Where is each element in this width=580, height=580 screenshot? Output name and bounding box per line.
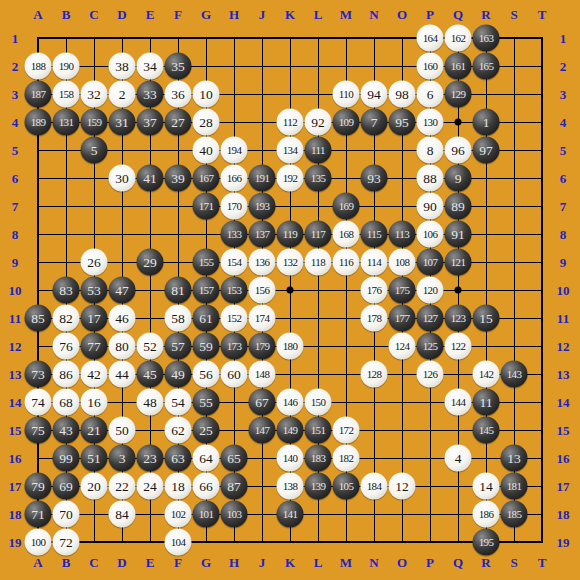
stone-E17[interactable]: 24: [137, 473, 164, 500]
stone-F18[interactable]: 102: [165, 501, 192, 528]
stone-M4[interactable]: 109: [333, 109, 360, 136]
col-label-top-T: T: [538, 8, 547, 21]
stone-D6[interactable]: 30: [109, 165, 136, 192]
stone-B18[interactable]: 70: [53, 501, 80, 528]
stone-C14[interactable]: 16: [81, 389, 108, 416]
stone-G16[interactable]: 64: [193, 445, 220, 472]
stone-F11[interactable]: 58: [165, 305, 192, 332]
col-label-bottom-R: R: [481, 556, 490, 569]
stone-K17[interactable]: 138: [277, 473, 304, 500]
col-label-top-Q: Q: [453, 8, 463, 21]
move-number: 153: [227, 285, 242, 296]
row-label-right-18: 18: [557, 508, 570, 521]
stone-S13[interactable]: 143: [501, 361, 528, 388]
col-label-bottom-B: B: [62, 556, 71, 569]
move-number: 142: [479, 369, 494, 380]
stone-O9[interactable]: 108: [389, 249, 416, 276]
stone-B19[interactable]: 72: [53, 529, 80, 556]
move-number: 4: [455, 451, 462, 465]
stone-P13[interactable]: 126: [417, 361, 444, 388]
stone-L4[interactable]: 92: [305, 109, 332, 136]
stone-B12[interactable]: 76: [53, 333, 80, 360]
stone-N4[interactable]: 7: [361, 109, 388, 136]
stone-R4[interactable]: 1: [473, 109, 500, 136]
stone-K12[interactable]: 180: [277, 333, 304, 360]
move-number: 116: [339, 257, 353, 268]
col-label-top-G: G: [201, 8, 211, 21]
move-number: 10: [199, 87, 213, 101]
stone-R14[interactable]: 11: [473, 389, 500, 416]
stone-C15[interactable]: 21: [81, 417, 108, 444]
stone-L8[interactable]: 117: [305, 221, 332, 248]
stone-P6[interactable]: 88: [417, 165, 444, 192]
move-number: 7: [371, 115, 378, 129]
stone-L9[interactable]: 118: [305, 249, 332, 276]
row-label-left-19: 19: [9, 536, 22, 549]
move-number: 69: [59, 479, 73, 493]
move-number: 181: [507, 481, 522, 492]
stone-F19[interactable]: 104: [165, 529, 192, 556]
stone-G11[interactable]: 61: [193, 305, 220, 332]
stone-F16[interactable]: 63: [165, 445, 192, 472]
move-number: 28: [199, 115, 213, 129]
move-number: 125: [423, 341, 438, 352]
stone-J13[interactable]: 148: [249, 361, 276, 388]
stone-P9[interactable]: 107: [417, 249, 444, 276]
stone-J7[interactable]: 193: [249, 193, 276, 220]
move-number: 70: [59, 507, 73, 521]
stone-P12[interactable]: 125: [417, 333, 444, 360]
stone-J14[interactable]: 67: [249, 389, 276, 416]
stone-H11[interactable]: 152: [221, 305, 248, 332]
stone-L15[interactable]: 151: [305, 417, 332, 444]
stone-N3[interactable]: 94: [361, 81, 388, 108]
stone-N8[interactable]: 115: [361, 221, 388, 248]
stone-M17[interactable]: 105: [333, 473, 360, 500]
stone-A14[interactable]: 74: [25, 389, 52, 416]
stone-N6[interactable]: 93: [361, 165, 388, 192]
stone-Q1[interactable]: 162: [445, 25, 472, 52]
move-number: 189: [31, 117, 46, 128]
stone-H8[interactable]: 133: [221, 221, 248, 248]
stone-R19[interactable]: 195: [473, 529, 500, 556]
stone-H6[interactable]: 166: [221, 165, 248, 192]
move-number: 25: [199, 423, 213, 437]
stone-G9[interactable]: 155: [193, 249, 220, 276]
stone-B11[interactable]: 82: [53, 305, 80, 332]
stone-K4[interactable]: 112: [277, 109, 304, 136]
star-point-Q10: [455, 287, 462, 294]
stone-G6[interactable]: 167: [193, 165, 220, 192]
stone-A17[interactable]: 79: [25, 473, 52, 500]
stone-E13[interactable]: 45: [137, 361, 164, 388]
col-label-top-P: P: [426, 8, 434, 21]
stone-D11[interactable]: 46: [109, 305, 136, 332]
move-number: 105: [339, 481, 354, 492]
move-number: 64: [199, 451, 213, 465]
stone-A3[interactable]: 187: [25, 81, 52, 108]
row-label-right-11: 11: [557, 312, 569, 325]
stone-M8[interactable]: 168: [333, 221, 360, 248]
move-number: 18: [171, 479, 185, 493]
move-number: 47: [115, 283, 129, 297]
move-number: 107: [423, 257, 438, 268]
col-label-top-E: E: [146, 8, 155, 21]
stone-O8[interactable]: 113: [389, 221, 416, 248]
stone-A2[interactable]: 188: [25, 53, 52, 80]
stone-G14[interactable]: 55: [193, 389, 220, 416]
move-number: 143: [507, 369, 522, 380]
move-number: 29: [143, 255, 157, 269]
col-label-bottom-L: L: [314, 556, 323, 569]
row-label-left-11: 11: [9, 312, 21, 325]
stone-D2[interactable]: 38: [109, 53, 136, 80]
move-number: 176: [367, 285, 382, 296]
move-number: 160: [423, 61, 438, 72]
move-number: 150: [311, 397, 326, 408]
stone-B16[interactable]: 99: [53, 445, 80, 472]
move-number: 193: [255, 201, 270, 212]
move-number: 84: [115, 507, 129, 521]
stone-G4[interactable]: 28: [193, 109, 220, 136]
stone-R5[interactable]: 97: [473, 137, 500, 164]
stone-B17[interactable]: 69: [53, 473, 80, 500]
stone-H18[interactable]: 103: [221, 501, 248, 528]
stone-B4[interactable]: 131: [53, 109, 80, 136]
stone-F13[interactable]: 49: [165, 361, 192, 388]
stone-E4[interactable]: 37: [137, 109, 164, 136]
stone-L5[interactable]: 111: [305, 137, 332, 164]
stone-G7[interactable]: 171: [193, 193, 220, 220]
stone-N13[interactable]: 128: [361, 361, 388, 388]
stone-A15[interactable]: 75: [25, 417, 52, 444]
stone-H10[interactable]: 153: [221, 277, 248, 304]
stone-N11[interactable]: 178: [361, 305, 388, 332]
row-label-left-9: 9: [12, 256, 19, 269]
stone-P1[interactable]: 164: [417, 25, 444, 52]
stone-F17[interactable]: 18: [165, 473, 192, 500]
stone-D17[interactable]: 22: [109, 473, 136, 500]
move-number: 38: [115, 59, 129, 73]
stone-C11[interactable]: 17: [81, 305, 108, 332]
stone-A4[interactable]: 189: [25, 109, 52, 136]
stone-A18[interactable]: 71: [25, 501, 52, 528]
move-number: 127: [423, 313, 438, 324]
move-number: 124: [395, 341, 410, 352]
move-number: 62: [171, 423, 185, 437]
go-board[interactable]: AABBCCDDEEFFGGHHJJKKLLMMNNOOPPQQRRSSTT11…: [0, 0, 580, 580]
move-number: 81: [171, 283, 185, 297]
stone-R18[interactable]: 186: [473, 501, 500, 528]
stone-O12[interactable]: 124: [389, 333, 416, 360]
stone-K15[interactable]: 149: [277, 417, 304, 444]
move-number: 42: [87, 367, 101, 381]
stone-H7[interactable]: 170: [221, 193, 248, 220]
stone-G12[interactable]: 59: [193, 333, 220, 360]
stone-R2[interactable]: 165: [473, 53, 500, 80]
move-number: 91: [451, 227, 465, 241]
move-number: 13: [507, 451, 521, 465]
stone-Q7[interactable]: 89: [445, 193, 472, 220]
stone-K5[interactable]: 134: [277, 137, 304, 164]
stone-J10[interactable]: 156: [249, 277, 276, 304]
stone-H9[interactable]: 154: [221, 249, 248, 276]
col-label-bottom-E: E: [146, 556, 155, 569]
move-number: 126: [423, 369, 438, 380]
stone-O10[interactable]: 175: [389, 277, 416, 304]
move-number: 162: [451, 33, 466, 44]
stone-G5[interactable]: 40: [193, 137, 220, 164]
stone-P10[interactable]: 120: [417, 277, 444, 304]
stone-G15[interactable]: 25: [193, 417, 220, 444]
move-number: 16: [87, 395, 101, 409]
stone-G13[interactable]: 56: [193, 361, 220, 388]
stone-L17[interactable]: 139: [305, 473, 332, 500]
move-number: 117: [311, 229, 325, 240]
stone-D13[interactable]: 44: [109, 361, 136, 388]
stone-O17[interactable]: 12: [389, 473, 416, 500]
row-label-left-14: 14: [9, 396, 22, 409]
move-number: 146: [283, 397, 298, 408]
stone-H5[interactable]: 194: [221, 137, 248, 164]
stone-G17[interactable]: 66: [193, 473, 220, 500]
col-label-top-D: D: [117, 8, 126, 21]
col-label-bottom-N: N: [369, 556, 378, 569]
move-number: 49: [171, 367, 185, 381]
stone-J15[interactable]: 147: [249, 417, 276, 444]
move-number: 1: [483, 115, 490, 129]
stone-F3[interactable]: 36: [165, 81, 192, 108]
move-number: 161: [451, 61, 466, 72]
stone-R17[interactable]: 14: [473, 473, 500, 500]
stone-H12[interactable]: 173: [221, 333, 248, 360]
move-number: 136: [255, 257, 270, 268]
row-label-right-10: 10: [557, 284, 570, 297]
stone-C4[interactable]: 159: [81, 109, 108, 136]
stone-K14[interactable]: 146: [277, 389, 304, 416]
stone-D3[interactable]: 2: [109, 81, 136, 108]
stone-J11[interactable]: 174: [249, 305, 276, 332]
stone-Q11[interactable]: 123: [445, 305, 472, 332]
stone-D15[interactable]: 50: [109, 417, 136, 444]
stone-P8[interactable]: 106: [417, 221, 444, 248]
stone-O3[interactable]: 98: [389, 81, 416, 108]
col-label-top-S: S: [510, 8, 517, 21]
stone-B13[interactable]: 86: [53, 361, 80, 388]
move-number: 184: [367, 481, 382, 492]
move-number: 135: [311, 173, 326, 184]
stone-A11[interactable]: 85: [25, 305, 52, 332]
stone-M7[interactable]: 169: [333, 193, 360, 220]
stone-Q14[interactable]: 144: [445, 389, 472, 416]
stone-F2[interactable]: 35: [165, 53, 192, 80]
stone-R1[interactable]: 163: [473, 25, 500, 52]
stone-R15[interactable]: 145: [473, 417, 500, 444]
col-label-bottom-A: A: [33, 556, 42, 569]
move-number: 157: [199, 285, 214, 296]
stone-D18[interactable]: 84: [109, 501, 136, 528]
stone-D10[interactable]: 47: [109, 277, 136, 304]
stone-L16[interactable]: 183: [305, 445, 332, 472]
stone-E16[interactable]: 23: [137, 445, 164, 472]
stone-Q3[interactable]: 129: [445, 81, 472, 108]
stone-B2[interactable]: 190: [53, 53, 80, 80]
stone-G10[interactable]: 157: [193, 277, 220, 304]
stone-E2[interactable]: 34: [137, 53, 164, 80]
stone-M3[interactable]: 110: [333, 81, 360, 108]
stone-F6[interactable]: 39: [165, 165, 192, 192]
move-number: 58: [171, 311, 185, 325]
stone-C10[interactable]: 53: [81, 277, 108, 304]
move-number: 137: [255, 229, 270, 240]
stone-P5[interactable]: 8: [417, 137, 444, 164]
stone-H17[interactable]: 87: [221, 473, 248, 500]
stone-F4[interactable]: 27: [165, 109, 192, 136]
stone-M15[interactable]: 172: [333, 417, 360, 444]
row-label-left-1: 1: [12, 32, 19, 45]
move-number: 12: [395, 479, 409, 493]
move-number: 57: [171, 339, 185, 353]
stone-B14[interactable]: 68: [53, 389, 80, 416]
stone-E9[interactable]: 29: [137, 249, 164, 276]
stone-R13[interactable]: 142: [473, 361, 500, 388]
row-label-left-13: 13: [9, 368, 22, 381]
stone-H13[interactable]: 60: [221, 361, 248, 388]
stone-K16[interactable]: 140: [277, 445, 304, 472]
col-label-bottom-K: K: [285, 556, 295, 569]
stone-E3[interactable]: 33: [137, 81, 164, 108]
stone-J12[interactable]: 179: [249, 333, 276, 360]
stone-N9[interactable]: 114: [361, 249, 388, 276]
move-number: 195: [479, 537, 494, 548]
stone-O4[interactable]: 95: [389, 109, 416, 136]
col-label-bottom-D: D: [117, 556, 126, 569]
stone-A13[interactable]: 73: [25, 361, 52, 388]
col-label-bottom-T: T: [538, 556, 547, 569]
stone-E14[interactable]: 48: [137, 389, 164, 416]
move-number: 8: [427, 143, 434, 157]
stone-C16[interactable]: 51: [81, 445, 108, 472]
stone-L6[interactable]: 135: [305, 165, 332, 192]
stone-S18[interactable]: 185: [501, 501, 528, 528]
row-label-right-2: 2: [560, 60, 567, 73]
stone-H16[interactable]: 65: [221, 445, 248, 472]
stone-M16[interactable]: 182: [333, 445, 360, 472]
move-number: 100: [31, 537, 46, 548]
stone-E12[interactable]: 52: [137, 333, 164, 360]
move-number: 39: [171, 171, 185, 185]
stone-B15[interactable]: 43: [53, 417, 80, 444]
stone-G3[interactable]: 10: [193, 81, 220, 108]
stone-J6[interactable]: 191: [249, 165, 276, 192]
stone-C12[interactable]: 77: [81, 333, 108, 360]
stone-B10[interactable]: 83: [53, 277, 80, 304]
stone-J9[interactable]: 136: [249, 249, 276, 276]
move-number: 108: [395, 257, 410, 268]
move-number: 94: [367, 87, 381, 101]
move-number: 77: [87, 339, 101, 353]
move-number: 36: [171, 87, 185, 101]
stone-P2[interactable]: 160: [417, 53, 444, 80]
stone-S17[interactable]: 181: [501, 473, 528, 500]
row-label-left-10: 10: [9, 284, 22, 297]
stone-L14[interactable]: 150: [305, 389, 332, 416]
stone-D12[interactable]: 80: [109, 333, 136, 360]
stone-K6[interactable]: 192: [277, 165, 304, 192]
stone-C17[interactable]: 20: [81, 473, 108, 500]
col-label-top-B: B: [62, 8, 71, 21]
row-label-right-19: 19: [557, 536, 570, 549]
move-number: 83: [59, 283, 73, 297]
stone-B3[interactable]: 158: [53, 81, 80, 108]
stone-C3[interactable]: 32: [81, 81, 108, 108]
stone-P3[interactable]: 6: [417, 81, 444, 108]
stone-F15[interactable]: 62: [165, 417, 192, 444]
stone-C9[interactable]: 26: [81, 249, 108, 276]
move-number: 11: [480, 395, 493, 409]
col-label-top-H: H: [229, 8, 239, 21]
move-number: 66: [199, 479, 213, 493]
move-number: 53: [87, 283, 101, 297]
move-number: 74: [31, 395, 45, 409]
stone-R11[interactable]: 15: [473, 305, 500, 332]
stone-D4[interactable]: 31: [109, 109, 136, 136]
stone-P11[interactable]: 127: [417, 305, 444, 332]
stone-O11[interactable]: 177: [389, 305, 416, 332]
stone-S16[interactable]: 13: [501, 445, 528, 472]
stone-A19[interactable]: 100: [25, 529, 52, 556]
stone-P4[interactable]: 130: [417, 109, 444, 136]
move-number: 182: [339, 453, 354, 464]
stone-Q9[interactable]: 121: [445, 249, 472, 276]
stone-Q8[interactable]: 91: [445, 221, 472, 248]
move-number: 112: [283, 117, 297, 128]
stone-E6[interactable]: 41: [137, 165, 164, 192]
move-number: 171: [199, 201, 214, 212]
stone-F10[interactable]: 81: [165, 277, 192, 304]
stone-Q6[interactable]: 9: [445, 165, 472, 192]
move-number: 73: [31, 367, 45, 381]
stone-Q5[interactable]: 96: [445, 137, 472, 164]
stone-Q2[interactable]: 161: [445, 53, 472, 80]
move-number: 5: [91, 143, 98, 157]
stone-D16[interactable]: 3: [109, 445, 136, 472]
stone-N17[interactable]: 184: [361, 473, 388, 500]
stone-G18[interactable]: 101: [193, 501, 220, 528]
stone-N10[interactable]: 176: [361, 277, 388, 304]
move-number: 141: [283, 509, 298, 520]
stone-Q16[interactable]: 4: [445, 445, 472, 472]
move-number: 54: [171, 395, 185, 409]
move-number: 134: [283, 145, 298, 156]
stone-M9[interactable]: 116: [333, 249, 360, 276]
stone-F12[interactable]: 57: [165, 333, 192, 360]
move-number: 158: [59, 89, 74, 100]
row-label-right-17: 17: [557, 480, 570, 493]
stone-C5[interactable]: 5: [81, 137, 108, 164]
stone-K8[interactable]: 119: [277, 221, 304, 248]
stone-F14[interactable]: 54: [165, 389, 192, 416]
move-number: 138: [283, 481, 298, 492]
stone-K9[interactable]: 132: [277, 249, 304, 276]
move-number: 89: [451, 199, 465, 213]
stone-P7[interactable]: 90: [417, 193, 444, 220]
stone-Q12[interactable]: 122: [445, 333, 472, 360]
stone-K18[interactable]: 141: [277, 501, 304, 528]
stone-C13[interactable]: 42: [81, 361, 108, 388]
stone-J8[interactable]: 137: [249, 221, 276, 248]
col-label-top-M: M: [340, 8, 352, 21]
